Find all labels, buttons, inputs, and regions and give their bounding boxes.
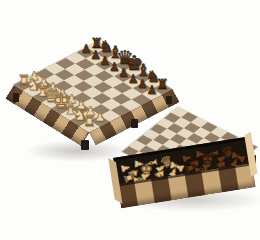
piece-black-pawn-h7[interactable]: ♟ (143, 84, 161, 96)
main-board-box: ♜♞♝♛♚♝♞♜♟♟♟♟♟♟♟♟♟♟♟♟♟♟♟♟♜♞♝♛♚♝♞♜ (0, 0, 260, 240)
chess-set-product-photo: ♟♞♟♚♝♟♛♟♜♟♞♟♝♟♟♞♟♚♝♟♛♟♜♟♞♟♝♟ ♜♞♝♛♚♝♞♜♟♟♟… (0, 0, 260, 240)
pieces-layer: ♜♞♝♛♚♝♞♜♟♟♟♟♟♟♟♟♟♟♟♟♟♟♟♟♜♞♝♛♚♝♞♜ (0, 0, 260, 240)
piece-white-rook-h1[interactable]: ♜ (80, 114, 98, 128)
